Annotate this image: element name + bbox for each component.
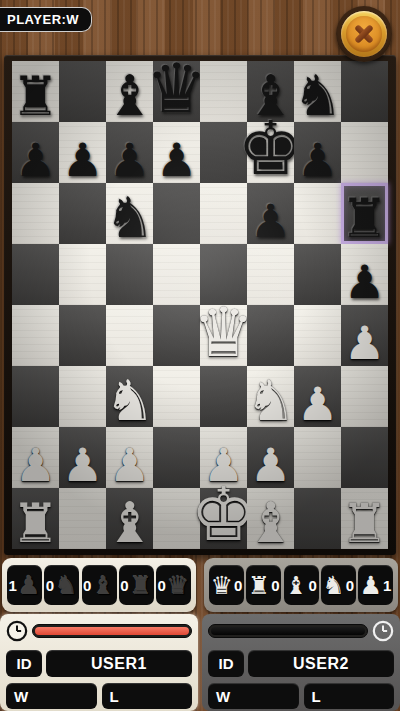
captured-piece-icon-n: ♞ [322, 573, 344, 598]
capture-count: 0 [346, 577, 354, 594]
square-a2[interactable]: ♟ [12, 427, 59, 488]
square-b5[interactable] [59, 244, 106, 305]
capture-count: 1 [383, 577, 391, 594]
square-c2[interactable]: ♟ [106, 427, 153, 488]
square-d3[interactable] [153, 366, 200, 427]
white-bishop-f1: ♝ [245, 496, 295, 549]
player-name-user2: USER2 [248, 650, 394, 677]
square-c7[interactable]: ♟ [106, 122, 153, 183]
player-turn-badge: PLAYER:W [0, 7, 92, 32]
chess-board: ♜♝♛♝♞♟♟♟♟♚♟♞♟♜♟♛♟♞♞♟♟♟♟♟♟♜♝♚♝♜ [12, 61, 388, 549]
square-e4[interactable]: ♛ [200, 305, 247, 366]
captured-piece-icon-n: ♞ [55, 573, 77, 598]
square-g4[interactable] [294, 305, 341, 366]
square-b8[interactable] [59, 61, 106, 122]
white-pawn-h4: ♟ [344, 322, 385, 366]
square-g3[interactable]: ♟ [294, 366, 341, 427]
clock-icon-user1 [6, 620, 28, 642]
black-knight-c6: ♞ [104, 191, 154, 244]
square-g1[interactable] [294, 488, 341, 549]
white-pawn-b2: ♟ [62, 444, 103, 488]
captured-piece-icon-q: ♛ [211, 573, 233, 598]
close-button-ring [341, 11, 387, 57]
captured-piece-icon-r: ♜ [248, 573, 270, 598]
id-label-user2: ID [208, 650, 244, 677]
square-d7[interactable]: ♟ [153, 122, 200, 183]
capture-count: 0 [234, 577, 242, 594]
close-icon [346, 16, 382, 52]
capture-slot-r: 0♜ [119, 565, 154, 605]
capture-slot-n: ♞0 [321, 565, 356, 605]
losses-box-user1: L [102, 683, 193, 709]
square-b7[interactable]: ♟ [59, 122, 106, 183]
square-b1[interactable] [59, 488, 106, 549]
capture-slot-b: 0♝ [82, 565, 117, 605]
square-f3[interactable]: ♞ [247, 366, 294, 427]
capture-slot-q: 0♛ [156, 565, 191, 605]
white-bishop-c1: ♝ [104, 496, 154, 549]
square-d6[interactable] [153, 183, 200, 244]
captured-tray-white-player: 1♟0♞0♝0♜0♛ [2, 558, 196, 612]
square-f5[interactable] [247, 244, 294, 305]
black-pawn-b7: ♟ [62, 139, 103, 183]
player-panel-user2: ID USER2 W L [202, 614, 400, 711]
square-f7[interactable]: ♚ [247, 122, 294, 183]
square-h5[interactable]: ♟ [341, 244, 388, 305]
square-c6[interactable]: ♞ [106, 183, 153, 244]
black-rook-a8: ♜ [11, 71, 59, 122]
white-queen-e4: ♛ [193, 301, 254, 366]
capture-slot-n: 0♞ [44, 565, 79, 605]
square-e3[interactable] [200, 366, 247, 427]
capture-count: 0 [309, 577, 317, 594]
square-e1[interactable]: ♚ [200, 488, 247, 549]
square-c1[interactable]: ♝ [106, 488, 153, 549]
losses-box-user2: L [304, 683, 395, 709]
clock-icon-user2 [372, 620, 394, 642]
captured-piece-icon-p: ♟ [18, 573, 40, 598]
captured-piece-icon-b: ♝ [285, 573, 307, 598]
black-queen-d8: ♛ [146, 57, 207, 122]
square-d8[interactable]: ♛ [153, 61, 200, 122]
wins-box-user2: W [208, 683, 299, 709]
square-f6[interactable]: ♟ [247, 183, 294, 244]
capture-count: 0 [271, 577, 279, 594]
timer-bar-user1 [32, 624, 192, 638]
white-pawn-g3: ♟ [297, 383, 338, 427]
square-f1[interactable]: ♝ [247, 488, 294, 549]
capture-count: 0 [46, 577, 54, 594]
square-c5[interactable] [106, 244, 153, 305]
square-b4[interactable] [59, 305, 106, 366]
capture-count: 0 [83, 577, 91, 594]
wins-box-user1: W [6, 683, 97, 709]
square-g2[interactable] [294, 427, 341, 488]
white-knight-c3: ♞ [104, 374, 154, 427]
board-frame: ♜♝♛♝♞♟♟♟♟♚♟♞♟♜♟♛♟♞♞♟♟♟♟♟♟♜♝♚♝♜ [4, 55, 396, 555]
square-g7[interactable]: ♟ [294, 122, 341, 183]
capture-count: 1 [9, 577, 17, 594]
white-pawn-c2: ♟ [109, 444, 150, 488]
square-h3[interactable] [341, 366, 388, 427]
capture-count: 0 [158, 577, 166, 594]
black-pawn-h5: ♟ [344, 261, 385, 305]
square-h2[interactable] [341, 427, 388, 488]
square-e6[interactable] [200, 183, 247, 244]
black-pawn-a7: ♟ [15, 139, 56, 183]
square-h6[interactable]: ♜ [341, 183, 388, 244]
square-g6[interactable] [294, 183, 341, 244]
square-h7[interactable] [341, 122, 388, 183]
square-a3[interactable] [12, 366, 59, 427]
captured-piece-icon-p: ♟ [360, 573, 382, 598]
black-rook-h6: ♜ [340, 193, 388, 244]
square-a4[interactable] [12, 305, 59, 366]
square-h8[interactable] [341, 61, 388, 122]
captured-piece-icon-q: ♛ [167, 573, 189, 598]
capture-slot-q: ♛0 [209, 565, 244, 605]
capture-slot-p: ♟1 [358, 565, 393, 605]
square-b3[interactable] [59, 366, 106, 427]
square-a6[interactable] [12, 183, 59, 244]
square-c3[interactable]: ♞ [106, 366, 153, 427]
black-pawn-c7: ♟ [109, 139, 150, 183]
black-pawn-f6: ♟ [250, 200, 291, 244]
black-pawn-g7: ♟ [297, 139, 338, 183]
player-panel-user1: ID USER1 W L [0, 614, 198, 711]
square-a7[interactable]: ♟ [12, 122, 59, 183]
square-b6[interactable] [59, 183, 106, 244]
player-name-user1: USER1 [46, 650, 192, 677]
square-c4[interactable] [106, 305, 153, 366]
square-h4[interactable]: ♟ [341, 305, 388, 366]
square-a8[interactable]: ♜ [12, 61, 59, 122]
white-rook-a1: ♜ [11, 498, 59, 549]
id-label-user1: ID [6, 650, 42, 677]
close-button[interactable] [336, 6, 392, 62]
capture-count: 0 [120, 577, 128, 594]
captured-piece-icon-r: ♜ [130, 573, 152, 598]
square-a5[interactable] [12, 244, 59, 305]
square-a1[interactable]: ♜ [12, 488, 59, 549]
white-knight-f3: ♞ [245, 374, 295, 427]
square-b2[interactable]: ♟ [59, 427, 106, 488]
timer-bar-user2 [208, 624, 368, 638]
capture-slot-b: ♝0 [284, 565, 319, 605]
capture-slot-p: 1♟ [7, 565, 42, 605]
white-pawn-a2: ♟ [15, 444, 56, 488]
square-g5[interactable] [294, 244, 341, 305]
captured-tray-black-player: ♛0♜0♝0♞0♟1 [204, 558, 398, 612]
white-rook-h1: ♜ [340, 498, 388, 549]
capture-slot-r: ♜0 [246, 565, 281, 605]
square-f4[interactable] [247, 305, 294, 366]
captured-piece-icon-b: ♝ [92, 573, 114, 598]
black-pawn-d7: ♟ [156, 139, 197, 183]
square-h1[interactable]: ♜ [341, 488, 388, 549]
